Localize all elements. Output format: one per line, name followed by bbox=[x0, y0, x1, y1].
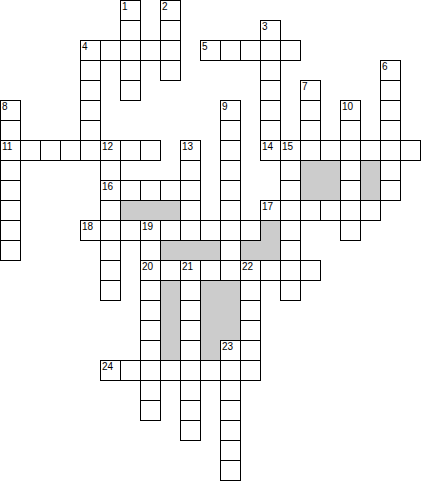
answer-cell-r4c6[interactable] bbox=[120, 80, 141, 101]
answer-cell-r13c8[interactable] bbox=[160, 260, 181, 281]
answer-cell-r7c6[interactable] bbox=[120, 140, 141, 161]
answer-cell-r7c0[interactable] bbox=[0, 140, 21, 161]
answer-cell-r21c11[interactable] bbox=[220, 420, 241, 441]
answer-cell-r22c11[interactable] bbox=[220, 440, 241, 461]
answer-cell-r1c6[interactable] bbox=[120, 20, 141, 41]
blocked-cell-r12c10 bbox=[200, 240, 221, 261]
answer-cell-r7c7[interactable] bbox=[140, 140, 161, 161]
answer-cell-r9c19[interactable] bbox=[380, 180, 401, 201]
answer-cell-r1c13[interactable] bbox=[260, 20, 281, 41]
blocked-cell-r16c8 bbox=[160, 320, 181, 341]
answer-cell-r20c9[interactable] bbox=[180, 400, 201, 421]
answer-cell-r15c9[interactable] bbox=[180, 300, 201, 321]
answer-cell-r14c12[interactable] bbox=[240, 280, 261, 301]
answer-cell-r7c16[interactable] bbox=[320, 140, 341, 161]
answer-cell-r6c13[interactable] bbox=[260, 120, 281, 141]
answer-cell-r15c12[interactable] bbox=[240, 300, 261, 321]
answer-cell-r8c9[interactable] bbox=[180, 160, 201, 181]
blocked-cell-r8c16 bbox=[320, 160, 341, 181]
blocked-cell-r8c15 bbox=[300, 160, 321, 181]
answer-cell-r6c19[interactable] bbox=[380, 120, 401, 141]
answer-cell-r13c11[interactable] bbox=[220, 260, 241, 281]
answer-cell-r0c6[interactable] bbox=[120, 0, 141, 21]
answer-cell-r5c11[interactable] bbox=[220, 100, 241, 121]
answer-cell-r11c8[interactable] bbox=[160, 220, 181, 241]
answer-cell-r13c10[interactable] bbox=[200, 260, 221, 281]
answer-cell-r17c12[interactable] bbox=[240, 340, 261, 361]
answer-cell-r10c18[interactable] bbox=[360, 200, 381, 221]
answer-cell-r5c0[interactable] bbox=[0, 100, 21, 121]
answer-cell-r16c12[interactable] bbox=[240, 320, 261, 341]
answer-cell-r17c7[interactable] bbox=[140, 340, 161, 361]
answer-cell-r11c7[interactable] bbox=[140, 220, 161, 241]
answer-cell-r18c12[interactable] bbox=[240, 360, 261, 381]
answer-cell-r16c9[interactable] bbox=[180, 320, 201, 341]
answer-cell-r9c6[interactable] bbox=[120, 180, 141, 201]
answer-cell-r8c14[interactable] bbox=[280, 160, 301, 181]
answer-cell-r9c5[interactable] bbox=[100, 180, 121, 201]
answer-cell-r7c4[interactable] bbox=[80, 140, 101, 161]
answer-cell-r21c9[interactable] bbox=[180, 420, 201, 441]
answer-cell-r19c11[interactable] bbox=[220, 380, 241, 401]
answer-cell-r6c4[interactable] bbox=[80, 120, 101, 141]
answer-cell-r2c11[interactable] bbox=[220, 40, 241, 61]
answer-cell-r5c4[interactable] bbox=[80, 100, 101, 121]
answer-cell-r9c9[interactable] bbox=[180, 180, 201, 201]
answer-cell-r7c20[interactable] bbox=[400, 140, 421, 161]
answer-cell-r8c19[interactable] bbox=[380, 160, 401, 181]
answer-cell-r2c7[interactable] bbox=[140, 40, 161, 61]
answer-cell-r13c7[interactable] bbox=[140, 260, 161, 281]
blocked-cell-r11c13 bbox=[260, 220, 281, 241]
answer-cell-r3c4[interactable] bbox=[80, 60, 101, 81]
answer-cell-r2c12[interactable] bbox=[240, 40, 261, 61]
answer-cell-r2c5[interactable] bbox=[100, 40, 121, 61]
answer-cell-r9c7[interactable] bbox=[140, 180, 161, 201]
blocked-cell-r17c10 bbox=[200, 340, 221, 361]
answer-cell-r4c19[interactable] bbox=[380, 80, 401, 101]
answer-cell-r19c7[interactable] bbox=[140, 380, 161, 401]
answer-cell-r8c17[interactable] bbox=[340, 160, 361, 181]
answer-cell-r2c10[interactable] bbox=[200, 40, 221, 61]
answer-cell-r19c9[interactable] bbox=[180, 380, 201, 401]
answer-cell-r2c4[interactable] bbox=[80, 40, 101, 61]
blocked-cell-r9c15 bbox=[300, 180, 321, 201]
answer-cell-r10c11[interactable] bbox=[220, 200, 241, 221]
blocked-cell-r12c13 bbox=[260, 240, 281, 261]
answer-cell-r11c17[interactable] bbox=[340, 220, 361, 241]
blocked-cell-r9c18 bbox=[360, 180, 381, 201]
answer-cell-r6c17[interactable] bbox=[340, 120, 361, 141]
answer-cell-r17c9[interactable] bbox=[180, 340, 201, 361]
answer-cell-r11c0[interactable] bbox=[0, 220, 21, 241]
answer-cell-r18c6[interactable] bbox=[120, 360, 141, 381]
answer-cell-r2c8[interactable] bbox=[160, 40, 181, 61]
answer-cell-r5c17[interactable] bbox=[340, 100, 361, 121]
answer-cell-r7c5[interactable] bbox=[100, 140, 121, 161]
blocked-cell-r10c7 bbox=[140, 200, 161, 221]
answer-cell-r18c9[interactable] bbox=[180, 360, 201, 381]
answer-cell-r11c10[interactable] bbox=[200, 220, 221, 241]
answer-cell-r3c19[interactable] bbox=[380, 60, 401, 81]
answer-cell-r7c3[interactable] bbox=[60, 140, 81, 161]
answer-cell-r2c13[interactable] bbox=[260, 40, 281, 61]
answer-cell-r11c11[interactable] bbox=[220, 220, 241, 241]
answer-cell-r5c13[interactable] bbox=[260, 100, 281, 121]
answer-cell-r7c11[interactable] bbox=[220, 140, 241, 161]
answer-cell-r10c0[interactable] bbox=[0, 200, 21, 221]
answer-cell-r7c14[interactable] bbox=[280, 140, 301, 161]
answer-cell-r7c18[interactable] bbox=[360, 140, 381, 161]
answer-cell-r14c7[interactable] bbox=[140, 280, 161, 301]
answer-cell-r2c14[interactable] bbox=[280, 40, 301, 61]
answer-cell-r7c15[interactable] bbox=[300, 140, 321, 161]
answer-cell-r6c15[interactable] bbox=[300, 120, 321, 141]
answer-cell-r10c16[interactable] bbox=[320, 200, 341, 221]
answer-cell-r18c11[interactable] bbox=[220, 360, 241, 381]
answer-cell-r7c2[interactable] bbox=[40, 140, 61, 161]
blocked-cell-r9c16 bbox=[320, 180, 341, 201]
blocked-cell-r14c8 bbox=[160, 280, 181, 301]
answer-cell-r11c9[interactable] bbox=[180, 220, 201, 241]
answer-cell-r20c11[interactable] bbox=[220, 400, 241, 421]
answer-cell-r6c11[interactable] bbox=[220, 120, 241, 141]
answer-cell-r9c8[interactable] bbox=[160, 180, 181, 201]
answer-cell-r20c7[interactable] bbox=[140, 400, 161, 421]
answer-cell-r10c17[interactable] bbox=[340, 200, 361, 221]
blocked-cell-r12c8 bbox=[160, 240, 181, 261]
answer-cell-r12c7[interactable] bbox=[140, 240, 161, 261]
answer-cell-r4c4[interactable] bbox=[80, 80, 101, 101]
answer-cell-r13c15[interactable] bbox=[300, 260, 321, 281]
answer-cell-r12c14[interactable] bbox=[280, 240, 301, 261]
answer-cell-r18c7[interactable] bbox=[140, 360, 161, 381]
answer-cell-r13c5[interactable] bbox=[100, 260, 121, 281]
answer-cell-r10c14[interactable] bbox=[280, 200, 301, 221]
answer-cell-r9c0[interactable] bbox=[0, 180, 21, 201]
blocked-cell-r10c8 bbox=[160, 200, 181, 221]
answer-cell-r7c1[interactable] bbox=[20, 140, 41, 161]
answer-cell-r0c8[interactable] bbox=[160, 0, 181, 21]
answer-cell-r14c9[interactable] bbox=[180, 280, 201, 301]
answer-cell-r15c7[interactable] bbox=[140, 300, 161, 321]
blocked-cell-r15c8 bbox=[160, 300, 181, 321]
answer-cell-r10c13[interactable] bbox=[260, 200, 281, 221]
answer-cell-r3c6[interactable] bbox=[120, 60, 141, 81]
crossword-grid: 123456789101112131415161718192021222324 bbox=[0, 0, 421, 481]
answer-cell-r12c0[interactable] bbox=[0, 240, 21, 261]
answer-cell-r8c0[interactable] bbox=[0, 160, 21, 181]
answer-cell-r12c5[interactable] bbox=[100, 240, 121, 261]
answer-cell-r13c14[interactable] bbox=[280, 260, 301, 281]
answer-cell-r10c5[interactable] bbox=[100, 200, 121, 221]
answer-cell-r2c6[interactable] bbox=[120, 40, 141, 61]
answer-cell-r18c5[interactable] bbox=[100, 360, 121, 381]
answer-cell-r23c11[interactable] bbox=[220, 460, 241, 481]
blocked-cell-r16c10 bbox=[200, 320, 221, 341]
answer-cell-r17c11[interactable] bbox=[220, 340, 241, 361]
answer-cell-r13c13[interactable] bbox=[260, 260, 281, 281]
answer-cell-r9c11[interactable] bbox=[220, 180, 241, 201]
answer-cell-r1c8[interactable] bbox=[160, 20, 181, 41]
answer-cell-r11c12[interactable] bbox=[240, 220, 261, 241]
answer-cell-r18c8[interactable] bbox=[160, 360, 181, 381]
blocked-cell-r16c11 bbox=[220, 320, 241, 341]
answer-cell-r9c14[interactable] bbox=[280, 180, 301, 201]
blocked-cell-r12c9 bbox=[180, 240, 201, 261]
answer-cell-r11c4[interactable] bbox=[80, 220, 101, 241]
answer-cell-r14c5[interactable] bbox=[100, 280, 121, 301]
answer-cell-r8c5[interactable] bbox=[100, 160, 121, 181]
blocked-cell-r12c12 bbox=[240, 240, 261, 261]
answer-cell-r13c12[interactable] bbox=[240, 260, 261, 281]
answer-cell-r10c9[interactable] bbox=[180, 200, 201, 221]
blocked-cell-r17c8 bbox=[160, 340, 181, 361]
answer-cell-r12c11[interactable] bbox=[220, 240, 241, 261]
answer-cell-r4c15[interactable] bbox=[300, 80, 321, 101]
blocked-cell-r8c18 bbox=[360, 160, 381, 181]
answer-cell-r5c19[interactable] bbox=[380, 100, 401, 121]
answer-cell-r18c10[interactable] bbox=[200, 360, 221, 381]
blocked-cell-r15c11 bbox=[220, 300, 241, 321]
answer-cell-r6c0[interactable] bbox=[0, 120, 21, 141]
answer-cell-r14c14[interactable] bbox=[280, 280, 301, 301]
answer-cell-r7c19[interactable] bbox=[380, 140, 401, 161]
answer-cell-r10c15[interactable] bbox=[300, 200, 321, 221]
answer-cell-r9c17[interactable] bbox=[340, 180, 361, 201]
answer-cell-r13c9[interactable] bbox=[180, 260, 201, 281]
blocked-cell-r10c6 bbox=[120, 200, 141, 221]
answer-cell-r4c13[interactable] bbox=[260, 80, 281, 101]
answer-cell-r7c17[interactable] bbox=[340, 140, 361, 161]
crossword-page: 123456789101112131415161718192021222324 bbox=[0, 0, 421, 481]
blocked-cell-r14c10 bbox=[200, 280, 221, 301]
answer-cell-r11c5[interactable] bbox=[100, 220, 121, 241]
answer-cell-r7c13[interactable] bbox=[260, 140, 281, 161]
answer-cell-r5c15[interactable] bbox=[300, 100, 321, 121]
answer-cell-r8c11[interactable] bbox=[220, 160, 241, 181]
answer-cell-r11c6[interactable] bbox=[120, 220, 141, 241]
blocked-cell-r14c11 bbox=[220, 280, 241, 301]
answer-cell-r16c7[interactable] bbox=[140, 320, 161, 341]
blocked-cell-r15c10 bbox=[200, 300, 221, 321]
answer-cell-r7c9[interactable] bbox=[180, 140, 201, 161]
answer-cell-r3c8[interactable] bbox=[160, 60, 181, 81]
answer-cell-r11c14[interactable] bbox=[280, 220, 301, 241]
answer-cell-r3c13[interactable] bbox=[260, 60, 281, 81]
